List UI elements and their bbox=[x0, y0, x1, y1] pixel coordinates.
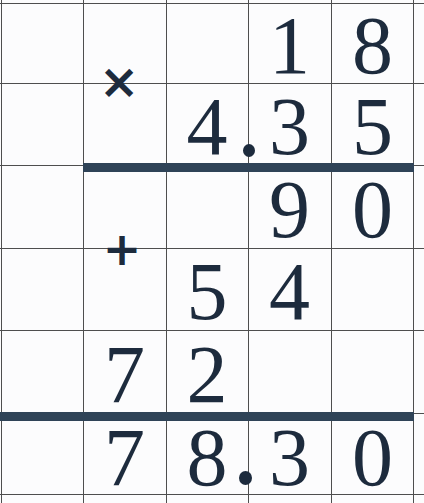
decimal-point-multiplicand bbox=[243, 144, 255, 157]
multiplication-worksheet: 1 8 4 3 5 9 0 5 4 7 2 7 8 3 0 × + bbox=[0, 0, 424, 503]
cell-r6c5: 0 bbox=[331, 413, 414, 496]
cell-r3c4: 9 bbox=[248, 165, 331, 248]
cell-r3c5: 0 bbox=[331, 165, 414, 248]
cell-r4c4: 4 bbox=[248, 248, 331, 330]
plus-sign: + bbox=[97, 221, 147, 277]
decimal-point-product bbox=[239, 471, 252, 485]
multiplication-rule-line bbox=[83, 163, 414, 172]
cell-r4c3: 5 bbox=[166, 248, 248, 330]
cell-r2c5: 5 bbox=[331, 83, 414, 165]
cell-r2c3: 4 bbox=[166, 83, 248, 165]
multiply-sign: × bbox=[94, 53, 144, 109]
cell-r1c5: 8 bbox=[331, 3, 414, 83]
cell-r6c4: 3 bbox=[248, 413, 331, 496]
cell-r1c4: 1 bbox=[248, 3, 331, 83]
cell-r6c3: 8 bbox=[166, 413, 248, 496]
cell-r5c2: 7 bbox=[83, 330, 166, 413]
cell-r6c2: 7 bbox=[83, 413, 166, 496]
addition-rule-line bbox=[0, 412, 414, 421]
cell-r5c3: 2 bbox=[166, 330, 248, 413]
cell-r2c4: 3 bbox=[248, 83, 331, 165]
